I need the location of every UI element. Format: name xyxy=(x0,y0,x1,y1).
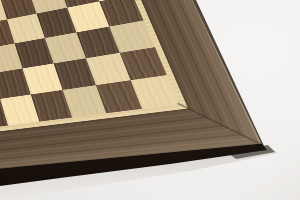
photo-stage xyxy=(0,0,300,200)
